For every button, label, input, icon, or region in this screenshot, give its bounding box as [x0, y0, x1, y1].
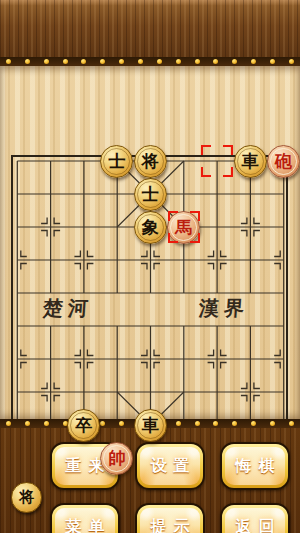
top-rail — [0, 57, 300, 66]
nail-dot — [195, 421, 200, 426]
xiangqi-app-screen: 楚河 漢界 士将車砲士象馬卒車帥 将 重来 设置 悔棋 菜单 提示 返回 — [0, 0, 300, 533]
nail-dot — [289, 59, 294, 64]
black-chariot-piece[interactable]: 車 — [134, 409, 167, 442]
hint-button[interactable]: 提示 — [135, 503, 205, 533]
settings-button-label: 设置 — [144, 456, 197, 477]
nail-dot — [119, 421, 124, 426]
nail-dot — [157, 59, 162, 64]
black-general-piece[interactable]: 将 — [134, 145, 167, 178]
undo-button-label: 悔棋 — [229, 456, 282, 477]
nail-dot — [81, 59, 86, 64]
nail-dot — [25, 421, 30, 426]
nail-dot — [289, 421, 294, 426]
last-move-from-marker — [201, 145, 233, 177]
menu-button-label: 菜单 — [59, 517, 112, 533]
nail-dot — [270, 421, 275, 426]
red-cannon-piece[interactable]: 砲 — [267, 145, 300, 178]
nail-dot — [251, 421, 256, 426]
black-pawn-piece[interactable]: 卒 — [67, 409, 100, 442]
red-horse-piece[interactable]: 馬 — [167, 211, 200, 244]
top-wood-panel — [0, 0, 300, 57]
nail-dot — [44, 59, 49, 64]
back-button[interactable]: 返回 — [220, 503, 290, 533]
marker-corner — [201, 167, 211, 177]
nail-dot — [232, 421, 237, 426]
undo-button[interactable]: 悔棋 — [220, 442, 290, 490]
marker-corner — [223, 145, 233, 155]
nail-dot — [6, 59, 11, 64]
nail-dot — [63, 59, 68, 64]
nail-dot — [25, 59, 30, 64]
black-advisor-piece[interactable]: 士 — [134, 178, 167, 211]
nail-dot — [176, 421, 181, 426]
red-general-piece[interactable]: 帥 — [100, 442, 133, 475]
hint-button-label: 提示 — [144, 517, 197, 533]
nail-dot — [138, 59, 143, 64]
board-background: 楚河 漢界 士将車砲士象馬卒車帥 — [0, 66, 300, 419]
black-chariot-piece[interactable]: 車 — [234, 145, 267, 178]
nail-dot — [213, 421, 218, 426]
nail-dot — [270, 59, 275, 64]
marker-corner — [201, 145, 211, 155]
nail-dot — [213, 59, 218, 64]
black-elephant-piece[interactable]: 象 — [134, 211, 167, 244]
nail-dot — [100, 421, 105, 426]
check-indicator-piece: 将 — [11, 482, 42, 513]
nail-dot — [6, 421, 11, 426]
nail-dot — [176, 59, 181, 64]
marker-corner — [223, 167, 233, 177]
settings-button[interactable]: 设置 — [135, 442, 205, 490]
nail-dot — [100, 59, 105, 64]
nail-dot — [195, 59, 200, 64]
nail-dot — [232, 59, 237, 64]
menu-button[interactable]: 菜单 — [50, 503, 120, 533]
black-advisor-piece[interactable]: 士 — [100, 145, 133, 178]
menu-button-grid: 重来 设置 悔棋 菜单 提示 返回 — [50, 442, 290, 533]
nail-dot — [119, 59, 124, 64]
back-button-label: 返回 — [229, 517, 282, 533]
nail-dot — [251, 59, 256, 64]
nail-dot — [44, 421, 49, 426]
